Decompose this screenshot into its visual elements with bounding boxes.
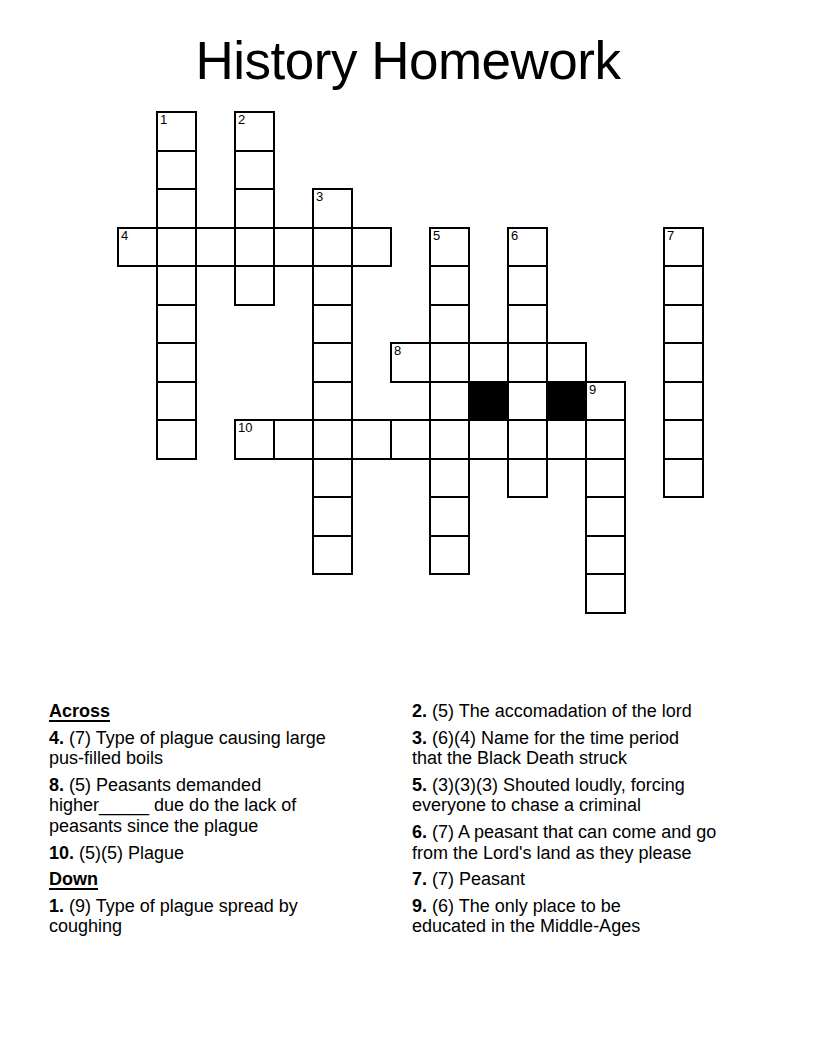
empty-cell[interactable] <box>156 304 197 345</box>
empty-cell[interactable] <box>546 419 587 460</box>
empty-cell[interactable] <box>234 265 275 306</box>
empty-cell[interactable] <box>312 535 353 576</box>
clue-number-label: 2. <box>412 701 427 721</box>
empty-cell[interactable] <box>585 535 626 576</box>
crossword-grid: 12345678910 <box>117 111 704 614</box>
empty-cell[interactable]: 7 <box>663 227 704 268</box>
empty-cell[interactable] <box>468 419 509 460</box>
clues-section: Across 4. (7) Type of plague causing lar… <box>49 701 718 943</box>
empty-cell[interactable] <box>273 419 314 460</box>
clue-number: 10 <box>238 421 252 434</box>
clue-number: 8 <box>394 344 401 357</box>
clue: 8. (5) Peasants demanded higher_____ due… <box>49 775 354 837</box>
empty-cell[interactable] <box>585 419 626 460</box>
empty-cell[interactable] <box>663 342 704 383</box>
empty-cell[interactable] <box>663 304 704 345</box>
empty-cell[interactable] <box>156 150 197 191</box>
empty-cell[interactable] <box>273 227 314 268</box>
clue-number: 1 <box>160 113 167 126</box>
empty-cell[interactable] <box>585 496 626 537</box>
clue-number-label: 9. <box>412 896 427 916</box>
clue: 4. (7) Type of plague causing large pus-… <box>49 728 354 769</box>
empty-cell[interactable] <box>663 458 704 499</box>
empty-cell[interactable]: 2 <box>234 111 275 152</box>
across-clues: 4. (7) Type of plague causing large pus-… <box>49 728 354 864</box>
empty-cell[interactable] <box>429 496 470 537</box>
blocked-cell <box>546 381 587 422</box>
blocked-cell <box>468 381 509 422</box>
empty-cell[interactable] <box>156 265 197 306</box>
empty-cell[interactable]: 3 <box>312 188 353 229</box>
clue-number-label: 7. <box>412 869 427 889</box>
empty-cell[interactable] <box>468 342 509 383</box>
clue: 1. (9) Type of plague spread by coughing <box>49 896 354 937</box>
down-clues-left: 1. (9) Type of plague spread by coughing <box>49 896 354 937</box>
empty-cell[interactable] <box>312 419 353 460</box>
empty-cell[interactable] <box>312 458 353 499</box>
empty-cell[interactable]: 4 <box>117 227 158 268</box>
clue-number-label: 1. <box>49 896 64 916</box>
empty-cell[interactable] <box>429 342 470 383</box>
clue-number-label: 3. <box>412 728 427 748</box>
empty-cell[interactable] <box>390 419 431 460</box>
clue: 5. (3)(3)(3) Shouted loudly, forcing eve… <box>412 775 718 816</box>
clue-number: 6 <box>511 229 518 242</box>
clue: 7. (7) Peasant <box>412 869 718 890</box>
down-clues-right: 2. (5) The accomadation of the lord3. (6… <box>412 701 718 937</box>
clues-column-left: Across 4. (7) Type of plague causing lar… <box>49 701 354 943</box>
clue-number: 5 <box>433 229 440 242</box>
empty-cell[interactable] <box>156 381 197 422</box>
empty-cell[interactable] <box>546 342 587 383</box>
clue-number: 2 <box>238 113 245 126</box>
empty-cell[interactable] <box>156 227 197 268</box>
empty-cell[interactable] <box>585 458 626 499</box>
empty-cell[interactable]: 1 <box>156 111 197 152</box>
empty-cell[interactable] <box>234 150 275 191</box>
empty-cell[interactable] <box>429 419 470 460</box>
empty-cell[interactable] <box>429 381 470 422</box>
empty-cell[interactable] <box>156 188 197 229</box>
empty-cell[interactable] <box>312 265 353 306</box>
clue-number-label: 4. <box>49 728 64 748</box>
clue: 3. (6)(4) Name for the time period that … <box>412 728 707 769</box>
empty-cell[interactable]: 5 <box>429 227 470 268</box>
empty-cell[interactable] <box>312 342 353 383</box>
empty-cell[interactable] <box>507 342 548 383</box>
empty-cell[interactable] <box>234 188 275 229</box>
empty-cell[interactable] <box>351 419 392 460</box>
empty-cell[interactable]: 8 <box>390 342 431 383</box>
clue-number-label: 5. <box>412 775 427 795</box>
empty-cell[interactable] <box>507 304 548 345</box>
empty-cell[interactable] <box>312 227 353 268</box>
empty-cell[interactable] <box>507 458 548 499</box>
empty-cell[interactable] <box>507 265 548 306</box>
empty-cell[interactable] <box>507 381 548 422</box>
empty-cell[interactable] <box>234 227 275 268</box>
clue-number-label: 6. <box>412 822 427 842</box>
empty-cell[interactable] <box>507 419 548 460</box>
clue: 6. (7) A peasant that can come and go fr… <box>412 822 718 863</box>
crossword-worksheet: History Homework 12345678910 Across 4. (… <box>0 0 816 1056</box>
clues-column-right: 2. (5) The accomadation of the lord3. (6… <box>412 701 718 943</box>
empty-cell[interactable] <box>156 342 197 383</box>
down-heading: Down <box>49 869 354 890</box>
empty-cell[interactable] <box>429 265 470 306</box>
empty-cell[interactable]: 6 <box>507 227 548 268</box>
empty-cell[interactable]: 10 <box>234 419 275 460</box>
empty-cell[interactable] <box>312 496 353 537</box>
empty-cell[interactable]: 9 <box>585 381 626 422</box>
empty-cell[interactable] <box>351 227 392 268</box>
empty-cell[interactable] <box>663 381 704 422</box>
puzzle-title: History Homework <box>0 30 816 91</box>
clue: 2. (5) The accomadation of the lord <box>412 701 718 722</box>
empty-cell[interactable] <box>429 304 470 345</box>
empty-cell[interactable] <box>663 419 704 460</box>
empty-cell[interactable] <box>156 419 197 460</box>
clue-number-label: 8. <box>49 775 64 795</box>
clue-number: 9 <box>589 383 596 396</box>
empty-cell[interactable] <box>312 381 353 422</box>
empty-cell[interactable] <box>429 458 470 499</box>
empty-cell[interactable] <box>195 227 236 268</box>
clue: 9. (6) The only place to be educated in … <box>412 896 674 937</box>
empty-cell[interactable] <box>312 304 353 345</box>
clue-number-label: 10. <box>49 843 74 863</box>
empty-cell[interactable] <box>663 265 704 306</box>
empty-cell[interactable] <box>429 535 470 576</box>
clue-number: 3 <box>316 190 323 203</box>
clue-number: 7 <box>667 229 674 242</box>
empty-cell[interactable] <box>585 573 626 614</box>
across-heading: Across <box>49 701 354 722</box>
clue-number: 4 <box>121 229 128 242</box>
clue: 10. (5)(5) Plague <box>49 843 354 864</box>
